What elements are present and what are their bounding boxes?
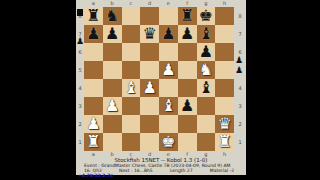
square-e6[interactable] xyxy=(159,43,178,61)
square-d2[interactable] xyxy=(140,115,159,133)
square-d3[interactable] xyxy=(140,97,159,115)
square-e2[interactable] xyxy=(159,115,178,133)
material-balance: Material -2 xyxy=(210,168,234,173)
square-d1[interactable] xyxy=(140,133,159,151)
black-pawn: ♟ xyxy=(180,97,194,115)
square-g6[interactable]: ♟ xyxy=(197,43,216,61)
square-b3[interactable]: ♟ xyxy=(103,97,122,115)
rank-label-8: 8 xyxy=(234,7,246,25)
square-e4[interactable] xyxy=(159,79,178,97)
game-length: Length 27 xyxy=(170,168,193,173)
square-h1[interactable]: ♜ xyxy=(215,133,234,151)
file-label-a: a xyxy=(84,0,103,7)
square-g8[interactable]: ♚ xyxy=(197,7,216,25)
white-queen: ♛ xyxy=(217,115,231,133)
file-label-h: h xyxy=(215,151,234,157)
square-c4[interactable]: ♝ xyxy=(122,79,141,97)
square-b4[interactable] xyxy=(103,79,122,97)
black-pawn: ♟ xyxy=(161,25,175,43)
file-label-g: g xyxy=(197,0,216,7)
square-e3[interactable]: ♝ xyxy=(159,97,178,115)
black-rook: ♜ xyxy=(180,7,194,25)
square-f4[interactable] xyxy=(178,79,197,97)
square-d5[interactable] xyxy=(140,61,159,79)
square-h8[interactable] xyxy=(215,7,234,25)
rank-label-3: 3 xyxy=(76,97,84,115)
square-a2[interactable]: ♟ xyxy=(84,115,103,133)
square-b2[interactable] xyxy=(103,115,122,133)
square-f8[interactable]: ♜ xyxy=(178,7,197,25)
white-pawn: ♟ xyxy=(86,115,100,133)
square-a8[interactable]: ♜ xyxy=(84,7,103,25)
square-g7[interactable]: ♝ xyxy=(197,25,216,43)
square-c5[interactable] xyxy=(122,61,141,79)
square-a5[interactable] xyxy=(84,61,103,79)
rank-label-7: 7 xyxy=(234,25,246,43)
square-e7[interactable]: ♟ xyxy=(159,25,178,43)
rank-label-2: 2 xyxy=(76,115,84,133)
square-a7[interactable]: ♟ xyxy=(84,25,103,43)
square-b1[interactable] xyxy=(103,133,122,151)
square-h3[interactable] xyxy=(215,97,234,115)
white-bishop: ♝ xyxy=(124,79,138,97)
square-a3[interactable] xyxy=(84,97,103,115)
square-h7[interactable] xyxy=(215,25,234,43)
square-a4[interactable] xyxy=(84,79,103,97)
black-pawn: ♟ xyxy=(199,43,213,61)
captured-black-pawn: ♟ xyxy=(235,55,243,65)
square-d4[interactable]: ♟ xyxy=(140,79,159,97)
square-f2[interactable] xyxy=(178,115,197,133)
square-g1[interactable] xyxy=(197,133,216,151)
square-g2[interactable] xyxy=(197,115,216,133)
square-f5[interactable] xyxy=(178,61,197,79)
square-f3[interactable]: ♟ xyxy=(178,97,197,115)
square-c8[interactable] xyxy=(122,7,141,25)
white-pawn: ♟ xyxy=(161,61,175,79)
board-left-border: 87654321 xyxy=(76,0,84,158)
file-label-e: e xyxy=(159,0,178,7)
rank-label-1: 1 xyxy=(234,133,246,151)
square-c2[interactable] xyxy=(122,115,141,133)
rank-label-3: 3 xyxy=(234,97,246,115)
white-pawn: ♟ xyxy=(142,79,156,97)
black-pawn: ♟ xyxy=(180,25,194,43)
white-rook: ♜ xyxy=(217,133,231,151)
square-d7[interactable]: ♛ xyxy=(140,25,159,43)
square-e5[interactable]: ♟ xyxy=(159,61,178,79)
square-f6[interactable] xyxy=(178,43,197,61)
square-a6[interactable] xyxy=(84,43,103,61)
rank-label-4: 4 xyxy=(234,79,246,97)
file-label-f: f xyxy=(178,0,197,7)
square-h6[interactable] xyxy=(215,43,234,61)
file-label-b: b xyxy=(103,0,122,7)
white-knight: ♞ xyxy=(199,61,213,79)
rank-label-4: 4 xyxy=(76,79,84,97)
square-e1[interactable]: ♚ xyxy=(159,133,178,151)
black-bishop: ♝ xyxy=(199,79,213,97)
rank-label-2: 2 xyxy=(234,115,246,133)
material-tray-left: ♟ xyxy=(76,36,84,46)
white-pawn: ♟ xyxy=(105,97,119,115)
square-c3[interactable] xyxy=(122,97,141,115)
game-info-panel: abcdefgh Stockfish 15NET -- Kobol 1.3 (1… xyxy=(76,151,246,175)
square-e8[interactable] xyxy=(159,7,178,25)
square-d6[interactable] xyxy=(140,43,159,61)
white-bishop: ♝ xyxy=(161,97,175,115)
square-g5[interactable]: ♞ xyxy=(197,61,216,79)
square-g4[interactable]: ♝ xyxy=(197,79,216,97)
captured-black-pawn: ♟ xyxy=(76,36,84,46)
side-to-move-indicator xyxy=(77,9,83,16)
white-rook: ♜ xyxy=(86,133,100,151)
black-knight: ♞ xyxy=(105,7,119,25)
file-label-h: h xyxy=(215,0,234,7)
square-b6[interactable] xyxy=(103,43,122,61)
file-label-d: d xyxy=(140,0,159,7)
board-right-border: 87654321 xyxy=(234,0,246,158)
black-rook: ♜ xyxy=(86,7,100,25)
square-c1[interactable] xyxy=(122,133,141,151)
rank-label-1: 1 xyxy=(76,133,84,151)
black-king: ♚ xyxy=(199,7,213,25)
file-labels-top: abcdefgh xyxy=(84,0,234,7)
file-label-c: c xyxy=(122,0,141,7)
black-pawn: ♟ xyxy=(86,25,100,43)
square-b7[interactable]: ♟ xyxy=(103,25,122,43)
next-move: Next : 16...Bh5 xyxy=(119,168,153,173)
black-pawn: ♟ xyxy=(105,25,119,43)
white-king: ♚ xyxy=(161,133,175,151)
square-c6[interactable] xyxy=(122,43,141,61)
engine-eval: +4.78/32 2.7s xyxy=(76,173,246,178)
video-frame: 87654321 87654321 abcdefgh ♜♞♜♚♟♟♛♟♟♝♟♟♞… xyxy=(0,0,320,180)
square-f7[interactable]: ♟ xyxy=(178,25,197,43)
square-a1[interactable]: ♜ xyxy=(84,133,103,151)
material-tray-right: ♟♟ xyxy=(235,55,243,75)
square-b8[interactable]: ♞ xyxy=(103,7,122,25)
square-c7[interactable] xyxy=(122,25,141,43)
square-b5[interactable] xyxy=(103,61,122,79)
square-f1[interactable] xyxy=(178,133,197,151)
captured-black-pawn: ♟ xyxy=(235,65,243,75)
black-queen: ♛ xyxy=(142,25,156,43)
file-label-a: a xyxy=(84,151,103,157)
rank-label-5: 5 xyxy=(76,61,84,79)
square-h4[interactable] xyxy=(215,79,234,97)
square-d8[interactable] xyxy=(140,7,159,25)
square-g3[interactable] xyxy=(197,97,216,115)
square-h2[interactable]: ♛ xyxy=(215,115,234,133)
square-h5[interactable] xyxy=(215,61,234,79)
chess-board: ♜♞♜♚♟♟♛♟♟♝♟♟♞♝♟♝♟♝♟♟♛♜♚♜ xyxy=(84,7,234,151)
black-bishop: ♝ xyxy=(199,25,213,43)
